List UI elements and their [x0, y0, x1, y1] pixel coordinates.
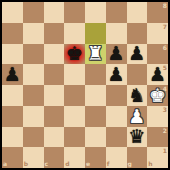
square-b4[interactable]: [23, 85, 44, 106]
square-e7[interactable]: [85, 23, 106, 44]
square-d4[interactable]: [64, 85, 85, 106]
square-c8[interactable]: [44, 2, 65, 23]
square-c6[interactable]: [44, 44, 65, 65]
square-c3[interactable]: [44, 106, 65, 127]
square-h2[interactable]: 2: [147, 127, 168, 148]
square-c2[interactable]: [44, 127, 65, 148]
square-d2[interactable]: [64, 127, 85, 148]
coordinate-file-h: h: [148, 161, 152, 167]
square-h6[interactable]: 6: [147, 44, 168, 65]
square-g1[interactable]: g: [127, 147, 148, 168]
square-d5[interactable]: [64, 64, 85, 85]
square-h8[interactable]: 8: [147, 2, 168, 23]
piece-black-pawn[interactable]: ♟: [2, 64, 23, 85]
square-c1[interactable]: c: [44, 147, 65, 168]
square-b1[interactable]: b: [23, 147, 44, 168]
coordinate-rank-3: 3: [163, 107, 167, 113]
coordinate-file-b: b: [24, 161, 28, 167]
square-b6[interactable]: [23, 44, 44, 65]
square-a8[interactable]: [2, 2, 23, 23]
piece-black-pawn[interactable]: ♟: [127, 44, 148, 65]
square-d6[interactable]: ♚: [64, 44, 85, 65]
coordinate-rank-8: 8: [163, 3, 167, 9]
square-e6[interactable]: ♜: [85, 44, 106, 65]
square-e2[interactable]: [85, 127, 106, 148]
piece-black-king[interactable]: ♚: [64, 44, 85, 65]
square-g6[interactable]: ♟: [127, 44, 148, 65]
piece-white-rook[interactable]: ♜: [85, 44, 106, 65]
square-b5[interactable]: [23, 64, 44, 85]
square-g5[interactable]: [127, 64, 148, 85]
piece-black-knight[interactable]: ♞: [127, 85, 148, 106]
square-e4[interactable]: [85, 85, 106, 106]
coordinate-rank-7: 7: [163, 24, 167, 30]
chess-board: 87♚♜♟♟6♟♟5♟♞4♚♟3♛2abcdefgh1: [2, 2, 168, 168]
piece-white-pawn[interactable]: ♟: [127, 106, 148, 127]
square-c7[interactable]: [44, 23, 65, 44]
piece-black-pawn[interactable]: ♟: [106, 64, 127, 85]
square-d1[interactable]: d: [64, 147, 85, 168]
coordinate-file-g: g: [128, 161, 132, 167]
square-c5[interactable]: [44, 64, 65, 85]
square-d3[interactable]: [64, 106, 85, 127]
square-b3[interactable]: [23, 106, 44, 127]
square-g2[interactable]: ♛: [127, 127, 148, 148]
piece-white-king[interactable]: ♚: [147, 85, 168, 106]
square-g4[interactable]: ♞: [127, 85, 148, 106]
square-f5[interactable]: ♟: [106, 64, 127, 85]
square-a7[interactable]: [2, 23, 23, 44]
square-h7[interactable]: 7: [147, 23, 168, 44]
coordinate-file-a: a: [3, 161, 7, 167]
square-f7[interactable]: [106, 23, 127, 44]
square-f4[interactable]: [106, 85, 127, 106]
coordinate-rank-6: 6: [163, 45, 167, 51]
square-f6[interactable]: ♟: [106, 44, 127, 65]
piece-black-pawn[interactable]: ♟: [147, 64, 168, 85]
square-e1[interactable]: e: [85, 147, 106, 168]
square-f3[interactable]: [106, 106, 127, 127]
square-f2[interactable]: [106, 127, 127, 148]
square-g3[interactable]: ♟: [127, 106, 148, 127]
square-a5[interactable]: ♟: [2, 64, 23, 85]
chess-board-frame: 87♚♜♟♟6♟♟5♟♞4♚♟3♛2abcdefgh1: [0, 0, 170, 170]
coordinate-file-e: e: [86, 161, 90, 167]
piece-black-pawn[interactable]: ♟: [106, 44, 127, 65]
square-h3[interactable]: 3: [147, 106, 168, 127]
square-a4[interactable]: [2, 85, 23, 106]
square-e8[interactable]: [85, 2, 106, 23]
square-h5[interactable]: 5♟: [147, 64, 168, 85]
square-f1[interactable]: f: [106, 147, 127, 168]
square-a3[interactable]: [2, 106, 23, 127]
coordinate-file-d: d: [65, 161, 69, 167]
coordinate-rank-2: 2: [163, 128, 167, 134]
square-a1[interactable]: a: [2, 147, 23, 168]
square-h4[interactable]: 4♚: [147, 85, 168, 106]
square-d8[interactable]: [64, 2, 85, 23]
square-g7[interactable]: [127, 23, 148, 44]
coordinate-file-f: f: [107, 161, 110, 167]
square-b7[interactable]: [23, 23, 44, 44]
square-d7[interactable]: [64, 23, 85, 44]
square-g8[interactable]: [127, 2, 148, 23]
square-c4[interactable]: [44, 85, 65, 106]
square-f8[interactable]: [106, 2, 127, 23]
square-b2[interactable]: [23, 127, 44, 148]
square-a2[interactable]: [2, 127, 23, 148]
coordinate-file-c: c: [45, 161, 49, 167]
square-e3[interactable]: [85, 106, 106, 127]
piece-black-queen[interactable]: ♛: [127, 127, 148, 148]
square-b8[interactable]: [23, 2, 44, 23]
square-e5[interactable]: [85, 64, 106, 85]
coordinate-rank-1: 1: [163, 148, 167, 154]
square-h1[interactable]: h1: [147, 147, 168, 168]
square-a6[interactable]: [2, 44, 23, 65]
